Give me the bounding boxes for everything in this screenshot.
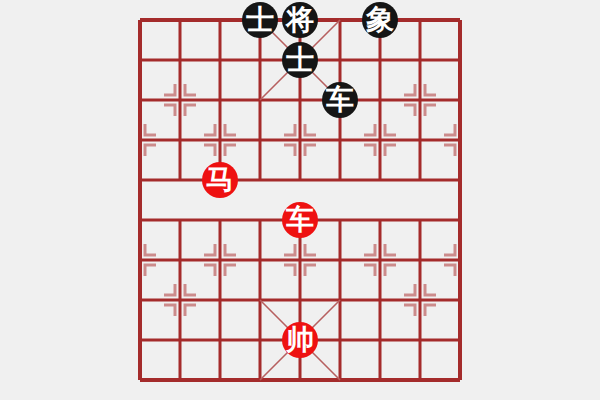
intersection-c8-r7[interactable] — [440, 280, 480, 320]
intersection-c5-r9[interactable] — [320, 360, 360, 400]
intersection-c4-r3[interactable] — [280, 120, 320, 160]
intersection-c2-r6[interactable] — [200, 240, 240, 280]
intersection-c7-r9[interactable] — [400, 360, 440, 400]
red-horse-piece[interactable]: 马 — [202, 162, 238, 198]
black-elephant-piece[interactable]: 象 — [362, 2, 398, 38]
intersection-c5-r4[interactable] — [320, 160, 360, 200]
intersection-c0-r7[interactable] — [120, 280, 160, 320]
intersection-c6-r6[interactable] — [360, 240, 400, 280]
intersection-c4-r8[interactable]: 帅 — [280, 320, 320, 360]
intersection-c4-r1[interactable]: 士 — [280, 40, 320, 80]
intersection-c4-r4[interactable] — [280, 160, 320, 200]
intersection-c1-r7[interactable] — [160, 280, 200, 320]
intersection-c0-r2[interactable] — [120, 80, 160, 120]
intersection-c6-r0[interactable]: 象 — [360, 0, 400, 40]
intersection-c6-r2[interactable] — [360, 80, 400, 120]
intersection-c3-r8[interactable] — [240, 320, 280, 360]
intersection-c6-r7[interactable] — [360, 280, 400, 320]
intersection-c0-r3[interactable] — [120, 120, 160, 160]
intersection-c2-r7[interactable] — [200, 280, 240, 320]
intersection-c8-r4[interactable] — [440, 160, 480, 200]
intersection-c6-r4[interactable] — [360, 160, 400, 200]
intersection-c1-r0[interactable] — [160, 0, 200, 40]
intersection-c2-r9[interactable] — [200, 360, 240, 400]
intersection-c7-r4[interactable] — [400, 160, 440, 200]
intersection-c7-r0[interactable] — [400, 0, 440, 40]
intersection-c1-r6[interactable] — [160, 240, 200, 280]
intersection-c2-r2[interactable] — [200, 80, 240, 120]
intersection-c5-r2[interactable]: 车 — [320, 80, 360, 120]
intersection-c1-r3[interactable] — [160, 120, 200, 160]
intersection-c3-r6[interactable] — [240, 240, 280, 280]
intersection-c7-r5[interactable] — [400, 200, 440, 240]
intersection-c7-r6[interactable] — [400, 240, 440, 280]
intersection-c5-r8[interactable] — [320, 320, 360, 360]
intersection-c4-r0[interactable]: 将 — [280, 0, 320, 40]
intersection-c8-r5[interactable] — [440, 200, 480, 240]
intersection-c5-r5[interactable] — [320, 200, 360, 240]
intersection-c1-r8[interactable] — [160, 320, 200, 360]
intersection-c2-r3[interactable] — [200, 120, 240, 160]
intersection-c0-r4[interactable] — [120, 160, 160, 200]
intersection-c2-r4[interactable]: 马 — [200, 160, 240, 200]
intersection-c0-r9[interactable] — [120, 360, 160, 400]
intersection-c3-r5[interactable] — [240, 200, 280, 240]
intersection-c2-r0[interactable] — [200, 0, 240, 40]
intersection-c6-r5[interactable] — [360, 200, 400, 240]
intersection-c4-r9[interactable] — [280, 360, 320, 400]
intersection-c6-r8[interactable] — [360, 320, 400, 360]
intersection-c2-r8[interactable] — [200, 320, 240, 360]
red-general-piece[interactable]: 帅 — [282, 322, 318, 358]
intersection-c5-r1[interactable] — [320, 40, 360, 80]
xiangqi-board-screen: 士将象士车马车帅 — [0, 0, 600, 400]
intersection-c4-r5[interactable]: 车 — [280, 200, 320, 240]
black-general-piece[interactable]: 将 — [282, 2, 318, 38]
intersection-c3-r0[interactable]: 士 — [240, 0, 280, 40]
intersection-c7-r1[interactable] — [400, 40, 440, 80]
intersection-c5-r6[interactable] — [320, 240, 360, 280]
intersection-c6-r3[interactable] — [360, 120, 400, 160]
intersection-c3-r9[interactable] — [240, 360, 280, 400]
intersection-c4-r2[interactable] — [280, 80, 320, 120]
intersection-c4-r7[interactable] — [280, 280, 320, 320]
intersection-c6-r1[interactable] — [360, 40, 400, 80]
intersection-c0-r1[interactable] — [120, 40, 160, 80]
intersection-c5-r7[interactable] — [320, 280, 360, 320]
intersection-c3-r4[interactable] — [240, 160, 280, 200]
intersection-c3-r3[interactable] — [240, 120, 280, 160]
intersection-c1-r1[interactable] — [160, 40, 200, 80]
intersection-c8-r9[interactable] — [440, 360, 480, 400]
intersection-c7-r8[interactable] — [400, 320, 440, 360]
intersection-c1-r9[interactable] — [160, 360, 200, 400]
intersection-c7-r2[interactable] — [400, 80, 440, 120]
intersection-c4-r6[interactable] — [280, 240, 320, 280]
intersection-c8-r0[interactable] — [440, 0, 480, 40]
intersection-c2-r5[interactable] — [200, 200, 240, 240]
intersection-c3-r7[interactable] — [240, 280, 280, 320]
black-advisor-piece[interactable]: 士 — [242, 2, 278, 38]
intersection-c8-r6[interactable] — [440, 240, 480, 280]
intersection-c8-r2[interactable] — [440, 80, 480, 120]
red-chariot-piece[interactable]: 车 — [282, 202, 318, 238]
intersection-c6-r9[interactable] — [360, 360, 400, 400]
intersection-c5-r0[interactable] — [320, 0, 360, 40]
intersection-c8-r1[interactable] — [440, 40, 480, 80]
intersection-c0-r0[interactable] — [120, 0, 160, 40]
black-chariot-piece[interactable]: 车 — [322, 82, 358, 118]
intersection-c0-r6[interactable] — [120, 240, 160, 280]
intersection-c0-r8[interactable] — [120, 320, 160, 360]
intersection-c3-r2[interactable] — [240, 80, 280, 120]
xiangqi-board-grid: 士将象士车马车帅 — [120, 0, 480, 400]
intersection-c1-r5[interactable] — [160, 200, 200, 240]
intersection-c1-r2[interactable] — [160, 80, 200, 120]
intersection-c7-r7[interactable] — [400, 280, 440, 320]
black-advisor-piece[interactable]: 士 — [282, 42, 318, 78]
intersection-c8-r3[interactable] — [440, 120, 480, 160]
intersection-c7-r3[interactable] — [400, 120, 440, 160]
intersection-c0-r5[interactable] — [120, 200, 160, 240]
intersection-c8-r8[interactable] — [440, 320, 480, 360]
intersection-c5-r3[interactable] — [320, 120, 360, 160]
intersection-c2-r1[interactable] — [200, 40, 240, 80]
intersection-c1-r4[interactable] — [160, 160, 200, 200]
intersection-c3-r1[interactable] — [240, 40, 280, 80]
